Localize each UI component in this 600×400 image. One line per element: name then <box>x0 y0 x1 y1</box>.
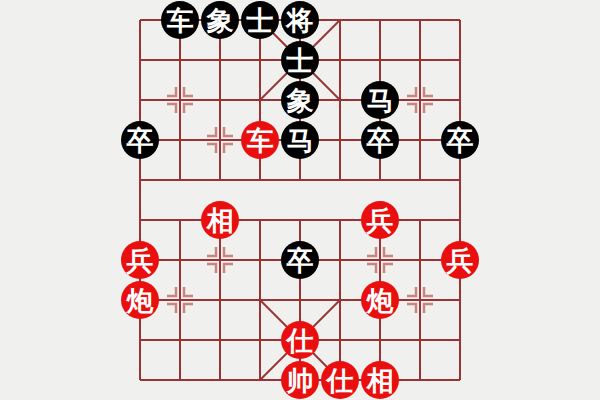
piece-red-soldier[interactable]: 兵 <box>441 241 479 279</box>
piece-red-chariot[interactable]: 车 <box>241 121 279 159</box>
piece-red-soldier[interactable]: 兵 <box>121 241 159 279</box>
piece-red-cannon[interactable]: 炮 <box>361 281 399 319</box>
piece-black-advisor[interactable]: 士 <box>241 1 279 39</box>
piece-red-soldier[interactable]: 兵 <box>361 201 399 239</box>
piece-red-cannon[interactable]: 炮 <box>121 281 159 319</box>
piece-black-advisor[interactable]: 士 <box>281 41 319 79</box>
piece-black-soldier[interactable]: 卒 <box>281 241 319 279</box>
piece-black-elephant[interactable]: 象 <box>201 1 239 39</box>
piece-red-elephant[interactable]: 相 <box>201 201 239 239</box>
piece-black-soldier[interactable]: 卒 <box>361 121 399 159</box>
piece-black-general[interactable]: 将 <box>281 1 319 39</box>
piece-red-general[interactable]: 帅 <box>281 361 319 399</box>
xiangqi-board[interactable]: 车象士将士象马卒车马卒卒相兵兵卒兵炮炮仕帅仕相 <box>0 0 600 400</box>
piece-red-advisor[interactable]: 仕 <box>321 361 359 399</box>
pieces-layer: 车象士将士象马卒车马卒卒相兵兵卒兵炮炮仕帅仕相 <box>0 0 600 400</box>
piece-black-chariot[interactable]: 车 <box>161 1 199 39</box>
piece-black-elephant[interactable]: 象 <box>281 81 319 119</box>
piece-black-horse[interactable]: 马 <box>361 81 399 119</box>
piece-black-horse[interactable]: 马 <box>281 121 319 159</box>
piece-black-soldier[interactable]: 卒 <box>441 121 479 159</box>
piece-red-advisor[interactable]: 仕 <box>281 321 319 359</box>
piece-red-elephant[interactable]: 相 <box>361 361 399 399</box>
piece-black-soldier[interactable]: 卒 <box>121 121 159 159</box>
